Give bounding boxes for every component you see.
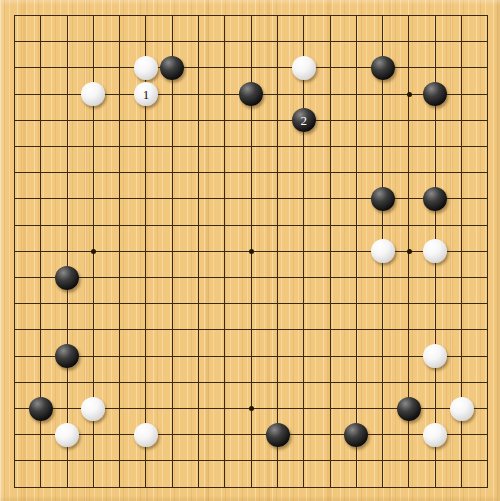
white-stone xyxy=(81,397,105,421)
go-board[interactable]: 12 xyxy=(0,0,500,501)
black-stone xyxy=(371,187,395,211)
black-stone xyxy=(266,423,290,447)
star-point xyxy=(249,249,254,254)
white-stone xyxy=(134,56,158,80)
black-stone-move-2: 2 xyxy=(292,108,316,132)
black-stone xyxy=(55,266,79,290)
star-point xyxy=(407,92,412,97)
black-stone xyxy=(397,397,421,421)
star-point xyxy=(407,249,412,254)
move-number-label: 1 xyxy=(143,87,150,100)
move-number-label: 2 xyxy=(301,113,308,126)
black-stone xyxy=(55,344,79,368)
star-point xyxy=(249,406,254,411)
white-stone xyxy=(134,423,158,447)
white-stone xyxy=(450,397,474,421)
black-stone xyxy=(344,423,368,447)
black-stone xyxy=(29,397,53,421)
white-stone xyxy=(55,423,79,447)
white-stone xyxy=(423,423,447,447)
white-stone xyxy=(292,56,316,80)
white-stone-move-1: 1 xyxy=(134,82,158,106)
star-point xyxy=(91,249,96,254)
black-stone xyxy=(371,56,395,80)
white-stone xyxy=(371,239,395,263)
